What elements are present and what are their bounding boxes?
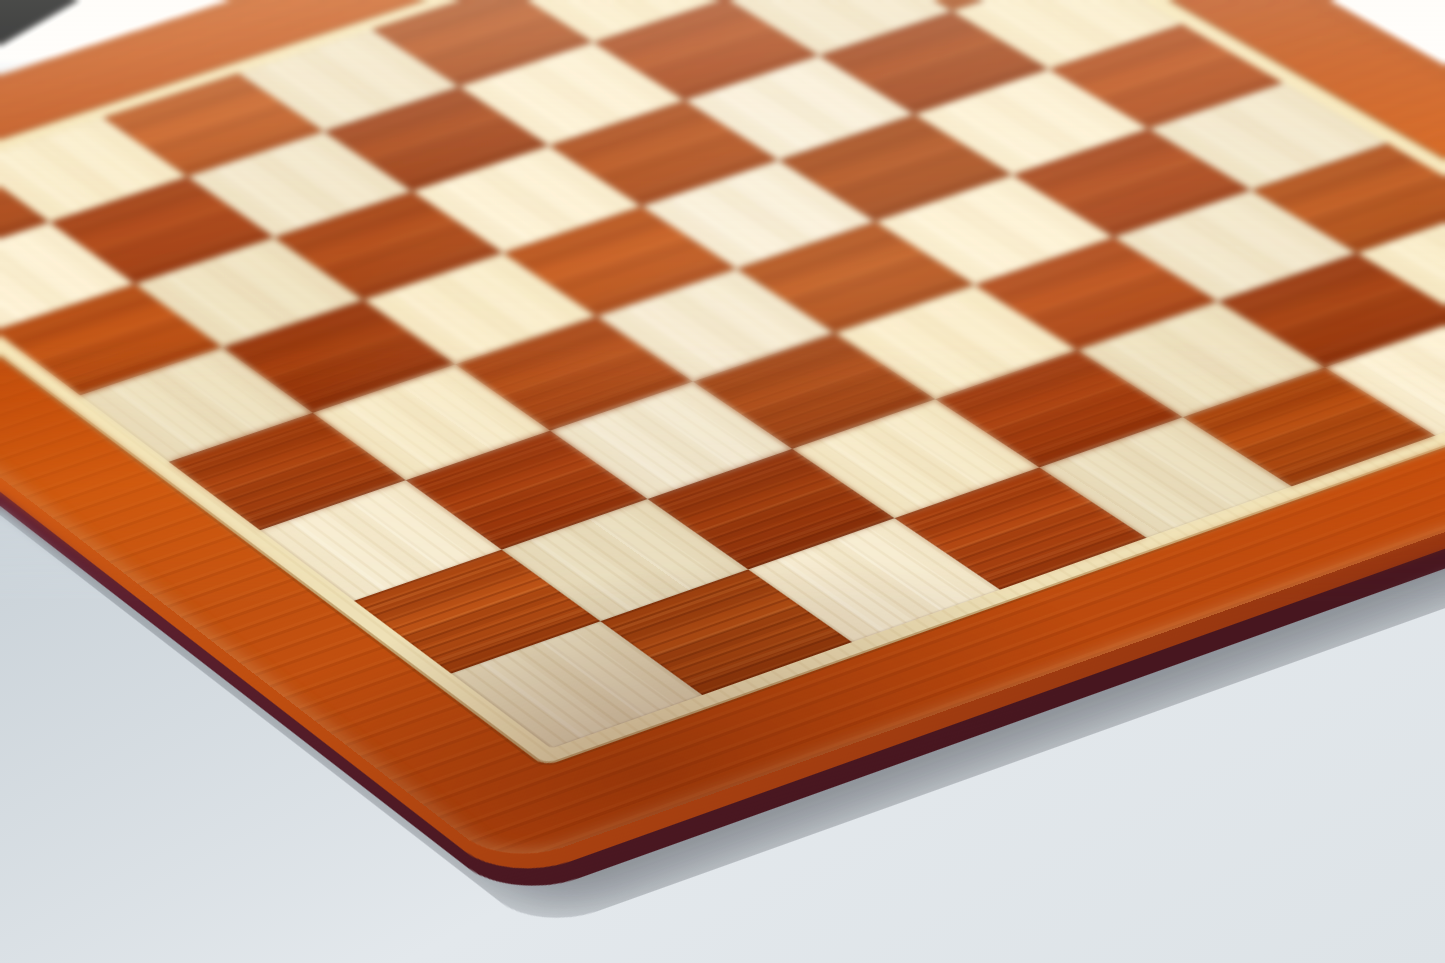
chess-board: [0, 0, 1445, 868]
photo-stage: [0, 0, 1445, 963]
